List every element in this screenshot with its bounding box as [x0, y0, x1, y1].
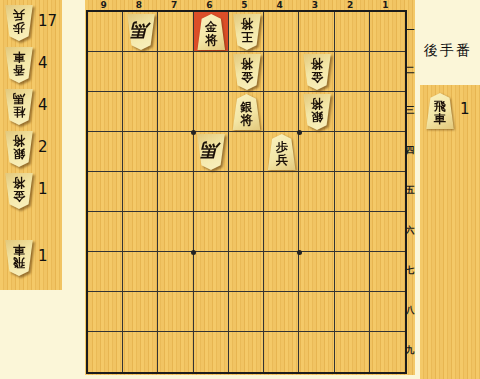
- gote-promoted-bishop-piece[interactable]: 馬: [126, 14, 156, 50]
- gote-knight-piece[interactable]: 桂馬: [4, 89, 34, 125]
- sente-silver-piece[interactable]: 銀将: [232, 94, 262, 130]
- star-point: [191, 250, 196, 255]
- star-point: [297, 130, 302, 135]
- gote-silver-piece[interactable]: 銀将: [302, 94, 332, 130]
- piece-kanji: 金将: [196, 14, 226, 50]
- gote-hand-slot-knight: 桂馬4: [0, 89, 62, 125]
- piece-kanji: 桂馬: [4, 89, 34, 125]
- piece-kanji: 銀将: [232, 94, 262, 130]
- piece-kanji: 金将: [4, 173, 34, 209]
- star-point: [191, 130, 196, 135]
- sente-rook-piece[interactable]: 飛車: [425, 93, 455, 129]
- gote-lance-count: 4: [38, 54, 48, 72]
- piece-kanji: 銀将: [302, 94, 332, 130]
- gote-hand-tray: 歩兵17香車4桂馬4銀将2金将1飛車1: [0, 0, 62, 290]
- file-label-1: 1: [368, 0, 403, 10]
- file-label-7: 7: [156, 0, 191, 10]
- gote-gold-piece[interactable]: 金将: [232, 54, 262, 90]
- piece-kanji: 王将: [232, 14, 262, 50]
- rank-label-4: 四: [405, 130, 415, 170]
- gote-lance-piece[interactable]: 香車: [4, 47, 34, 83]
- sente-rook-count: 1: [460, 100, 470, 118]
- sente-pawn-piece[interactable]: 歩兵: [267, 134, 297, 170]
- gote-gold-piece[interactable]: 金将: [4, 173, 34, 209]
- gote-hand-slot-pawn: 歩兵17: [0, 5, 62, 41]
- sente-gold-piece[interactable]: 金将: [196, 14, 226, 50]
- file-label-9: 9: [86, 0, 121, 10]
- turn-indicator: 後手番: [424, 42, 472, 60]
- gote-hand-slot-silver: 銀将2: [0, 131, 62, 167]
- gote-hand-slot-gold: 金将1: [0, 173, 62, 209]
- rank-label-9: 九: [405, 330, 415, 370]
- piece-kanji: 銀将: [4, 131, 34, 167]
- file-label-5: 5: [227, 0, 262, 10]
- rank-label-5: 五: [405, 170, 415, 210]
- piece-kanji: 馬: [126, 14, 156, 50]
- board-grid: 馬金将王将金将金将銀将銀将馬歩兵: [86, 10, 407, 374]
- rank-label-3: 三: [405, 90, 415, 130]
- gote-pawn-piece[interactable]: 歩兵: [4, 5, 34, 41]
- gote-promoted-bishop-piece[interactable]: 馬: [196, 134, 226, 170]
- shogi-diagram: 歩兵17香車4桂馬4銀将2金将1飛車1 987654321 馬金将王将金将金将銀…: [0, 0, 480, 379]
- gote-silver-count: 2: [38, 138, 48, 156]
- file-labels: 987654321: [86, 0, 403, 10]
- star-point: [297, 250, 302, 255]
- gote-gold-count: 1: [38, 180, 48, 198]
- rank-label-7: 七: [405, 250, 415, 290]
- piece-kanji: 飛車: [425, 93, 455, 129]
- sente-hand-tray: 飛車1: [420, 85, 480, 379]
- piece-kanji: 金将: [302, 54, 332, 90]
- file-label-4: 4: [262, 0, 297, 10]
- gote-knight-count: 4: [38, 96, 48, 114]
- rank-label-6: 六: [405, 210, 415, 250]
- rank-label-1: 一: [405, 10, 415, 50]
- gote-pawn-count: 17: [38, 12, 57, 30]
- piece-kanji: 馬: [196, 134, 226, 170]
- sente-hand-slot-rook: 飛車1: [420, 93, 480, 129]
- piece-kanji: 香車: [4, 47, 34, 83]
- shogi-board: 987654321 馬金将王将金将金将銀将銀将馬歩兵 一二三四五六七八九: [85, 0, 415, 375]
- rank-label-8: 八: [405, 290, 415, 330]
- gote-king-piece[interactable]: 王将: [232, 14, 262, 50]
- gote-rook-count: 1: [38, 247, 48, 265]
- piece-kanji: 歩兵: [4, 5, 34, 41]
- rank-label-2: 二: [405, 50, 415, 90]
- file-label-2: 2: [333, 0, 368, 10]
- file-label-3: 3: [297, 0, 332, 10]
- gote-hand-slot-rook: 飛車1: [0, 240, 62, 276]
- piece-kanji: 飛車: [4, 240, 34, 276]
- file-label-8: 8: [121, 0, 156, 10]
- piece-kanji: 歩兵: [267, 134, 297, 170]
- piece-kanji: 金将: [232, 54, 262, 90]
- gote-rook-piece[interactable]: 飛車: [4, 240, 34, 276]
- gote-silver-piece[interactable]: 銀将: [4, 131, 34, 167]
- gote-hand-slot-lance: 香車4: [0, 47, 62, 83]
- rank-labels: 一二三四五六七八九: [405, 10, 415, 370]
- file-label-6: 6: [192, 0, 227, 10]
- gote-gold-piece[interactable]: 金将: [302, 54, 332, 90]
